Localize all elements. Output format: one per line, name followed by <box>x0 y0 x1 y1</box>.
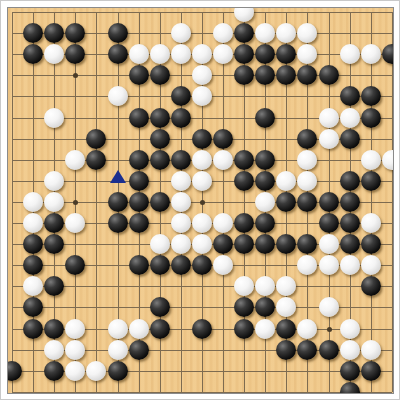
white-stone[interactable] <box>213 213 233 233</box>
white-stone[interactable] <box>255 23 275 43</box>
black-stone[interactable] <box>129 108 149 128</box>
black-stone[interactable] <box>361 276 381 296</box>
grid-line-vertical <box>371 12 372 392</box>
white-stone[interactable] <box>192 213 212 233</box>
go-board[interactable] <box>7 7 394 394</box>
grid-line-vertical <box>223 12 224 392</box>
black-stone[interactable] <box>129 255 149 275</box>
white-stone[interactable] <box>234 7 254 22</box>
black-stone[interactable] <box>361 108 381 128</box>
black-stone[interactable] <box>108 361 128 381</box>
white-stone[interactable] <box>44 192 64 212</box>
star-point <box>73 200 78 205</box>
white-stone[interactable] <box>192 234 212 254</box>
white-stone[interactable] <box>234 276 254 296</box>
white-stone[interactable] <box>319 129 339 149</box>
black-stone[interactable] <box>129 340 149 360</box>
grid-line-vertical <box>392 12 393 392</box>
white-stone[interactable] <box>297 150 317 170</box>
black-stone[interactable] <box>255 213 275 233</box>
black-stone[interactable] <box>23 297 43 317</box>
black-stone[interactable] <box>65 255 85 275</box>
white-stone[interactable] <box>44 44 64 64</box>
white-stone[interactable] <box>340 44 360 64</box>
black-stone[interactable] <box>382 44 394 64</box>
black-stone[interactable] <box>340 86 360 106</box>
black-stone[interactable] <box>23 23 43 43</box>
black-stone[interactable] <box>234 319 254 339</box>
black-stone[interactable] <box>150 108 170 128</box>
black-stone[interactable] <box>171 108 191 128</box>
white-stone[interactable] <box>23 276 43 296</box>
black-stone[interactable] <box>319 65 339 85</box>
black-stone[interactable] <box>44 213 64 233</box>
black-stone[interactable] <box>129 150 149 170</box>
black-stone[interactable] <box>150 65 170 85</box>
white-stone[interactable] <box>192 44 212 64</box>
black-stone[interactable] <box>150 319 170 339</box>
star-point <box>73 73 78 78</box>
black-stone[interactable] <box>361 86 381 106</box>
white-stone[interactable] <box>108 319 128 339</box>
black-stone[interactable] <box>234 150 254 170</box>
star-point <box>327 327 332 332</box>
black-stone[interactable] <box>255 297 275 317</box>
black-stone[interactable] <box>340 213 360 233</box>
white-stone[interactable] <box>276 171 296 191</box>
black-stone[interactable] <box>276 340 296 360</box>
black-stone[interactable] <box>86 129 106 149</box>
black-stone[interactable] <box>319 192 339 212</box>
black-stone[interactable] <box>276 319 296 339</box>
black-stone[interactable] <box>276 44 296 64</box>
window-frame <box>0 0 400 400</box>
white-stone[interactable] <box>65 213 85 233</box>
black-stone[interactable] <box>234 65 254 85</box>
black-stone[interactable] <box>192 129 212 149</box>
black-stone[interactable] <box>108 23 128 43</box>
white-stone[interactable] <box>108 86 128 106</box>
black-stone[interactable] <box>7 361 22 381</box>
white-stone[interactable] <box>340 340 360 360</box>
white-stone[interactable] <box>213 150 233 170</box>
white-stone[interactable] <box>340 255 360 275</box>
white-stone[interactable] <box>192 86 212 106</box>
white-stone[interactable] <box>44 340 64 360</box>
black-stone[interactable] <box>234 23 254 43</box>
white-stone[interactable] <box>297 255 317 275</box>
black-stone[interactable] <box>340 129 360 149</box>
white-stone[interactable] <box>255 319 275 339</box>
black-stone[interactable] <box>150 297 170 317</box>
white-stone[interactable] <box>340 108 360 128</box>
triangle-marker-icon <box>110 170 126 183</box>
white-stone[interactable] <box>192 65 212 85</box>
black-stone[interactable] <box>150 150 170 170</box>
black-stone[interactable] <box>340 361 360 381</box>
white-stone[interactable] <box>255 276 275 296</box>
black-stone[interactable] <box>213 234 233 254</box>
white-stone[interactable] <box>171 234 191 254</box>
black-stone[interactable] <box>297 340 317 360</box>
white-stone[interactable] <box>276 23 296 43</box>
black-stone[interactable] <box>340 171 360 191</box>
black-stone[interactable] <box>319 340 339 360</box>
black-stone[interactable] <box>44 361 64 381</box>
black-stone[interactable] <box>44 234 64 254</box>
white-stone[interactable] <box>213 23 233 43</box>
white-stone[interactable] <box>361 213 381 233</box>
white-stone[interactable] <box>255 192 275 212</box>
white-stone[interactable] <box>319 297 339 317</box>
white-stone[interactable] <box>129 44 149 64</box>
star-point <box>200 200 205 205</box>
white-stone[interactable] <box>171 23 191 43</box>
white-stone[interactable] <box>108 340 128 360</box>
black-stone[interactable] <box>171 255 191 275</box>
white-stone[interactable] <box>382 150 394 170</box>
black-stone[interactable] <box>234 44 254 64</box>
white-stone[interactable] <box>361 340 381 360</box>
black-stone[interactable] <box>234 234 254 254</box>
black-stone[interactable] <box>171 150 191 170</box>
white-stone[interactable] <box>44 171 64 191</box>
black-stone[interactable] <box>340 234 360 254</box>
black-stone[interactable] <box>234 213 254 233</box>
white-stone[interactable] <box>297 319 317 339</box>
white-stone[interactable] <box>171 171 191 191</box>
white-stone[interactable] <box>65 150 85 170</box>
black-stone[interactable] <box>276 192 296 212</box>
grid-line-horizontal <box>12 392 392 393</box>
black-stone[interactable] <box>255 44 275 64</box>
white-stone[interactable] <box>171 192 191 212</box>
white-stone[interactable] <box>361 44 381 64</box>
black-stone[interactable] <box>23 234 43 254</box>
black-stone[interactable] <box>276 65 296 85</box>
black-stone[interactable] <box>23 255 43 275</box>
black-stone[interactable] <box>108 44 128 64</box>
black-stone[interactable] <box>297 129 317 149</box>
black-stone[interactable] <box>108 213 128 233</box>
black-stone[interactable] <box>255 150 275 170</box>
white-stone[interactable] <box>192 150 212 170</box>
white-stone[interactable] <box>213 255 233 275</box>
black-stone[interactable] <box>340 192 360 212</box>
white-stone[interactable] <box>65 340 85 360</box>
black-stone[interactable] <box>65 23 85 43</box>
black-stone[interactable] <box>23 44 43 64</box>
black-stone[interactable] <box>213 129 233 149</box>
white-stone[interactable] <box>150 44 170 64</box>
black-stone[interactable] <box>65 44 85 64</box>
black-stone[interactable] <box>150 192 170 212</box>
white-stone[interactable] <box>23 213 43 233</box>
black-stone[interactable] <box>255 108 275 128</box>
white-stone[interactable] <box>276 297 296 317</box>
white-stone[interactable] <box>297 44 317 64</box>
black-stone[interactable] <box>150 255 170 275</box>
black-stone[interactable] <box>361 234 381 254</box>
white-stone[interactable] <box>213 44 233 64</box>
black-stone[interactable] <box>255 65 275 85</box>
black-stone[interactable] <box>44 276 64 296</box>
black-stone[interactable] <box>108 192 128 212</box>
white-stone[interactable] <box>150 234 170 254</box>
grid-line-horizontal <box>12 286 392 287</box>
black-stone[interactable] <box>129 65 149 85</box>
black-stone[interactable] <box>171 86 191 106</box>
white-stone[interactable] <box>171 213 191 233</box>
white-stone[interactable] <box>65 361 85 381</box>
black-stone[interactable] <box>361 171 381 191</box>
white-stone[interactable] <box>192 171 212 191</box>
black-stone[interactable] <box>129 171 149 191</box>
black-stone[interactable] <box>23 319 43 339</box>
black-stone[interactable] <box>297 192 317 212</box>
black-stone[interactable] <box>255 171 275 191</box>
black-stone[interactable] <box>319 213 339 233</box>
black-stone[interactable] <box>192 319 212 339</box>
white-stone[interactable] <box>319 108 339 128</box>
black-stone[interactable] <box>129 213 149 233</box>
white-stone[interactable] <box>86 361 106 381</box>
white-stone[interactable] <box>319 255 339 275</box>
white-stone[interactable] <box>44 108 64 128</box>
black-stone[interactable] <box>297 65 317 85</box>
black-stone[interactable] <box>234 171 254 191</box>
white-stone[interactable] <box>23 192 43 212</box>
black-stone[interactable] <box>234 297 254 317</box>
black-stone[interactable] <box>361 361 381 381</box>
black-stone[interactable] <box>192 255 212 275</box>
black-stone[interactable] <box>255 234 275 254</box>
white-stone[interactable] <box>171 44 191 64</box>
white-stone[interactable] <box>361 255 381 275</box>
black-stone[interactable] <box>340 382 360 394</box>
black-stone[interactable] <box>150 129 170 149</box>
white-stone[interactable] <box>65 319 85 339</box>
black-stone[interactable] <box>276 234 296 254</box>
white-stone[interactable] <box>340 319 360 339</box>
white-stone[interactable] <box>319 234 339 254</box>
black-stone[interactable] <box>44 319 64 339</box>
white-stone[interactable] <box>361 150 381 170</box>
white-stone[interactable] <box>297 23 317 43</box>
black-stone[interactable] <box>86 150 106 170</box>
white-stone[interactable] <box>276 276 296 296</box>
white-stone[interactable] <box>129 319 149 339</box>
white-stone[interactable] <box>297 171 317 191</box>
black-stone[interactable] <box>44 23 64 43</box>
black-stone[interactable] <box>129 192 149 212</box>
black-stone[interactable] <box>297 234 317 254</box>
